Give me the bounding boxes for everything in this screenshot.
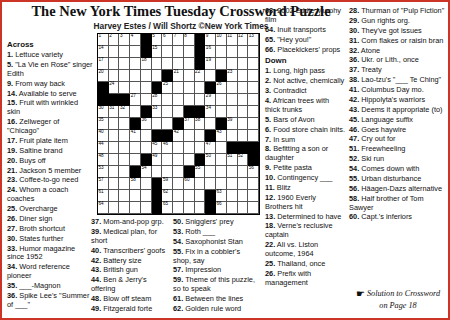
cell-number-52: 52: [238, 154, 243, 159]
cell-r12c12[interactable]: [216, 166, 227, 178]
cell-r15c9[interactable]: [184, 202, 195, 214]
clue-column-4: 63. 2002 Eddie Murphy film64. Inuit tran…: [265, 7, 345, 289]
cell-r7c2[interactable]: 31: [109, 106, 120, 118]
cell-r10c8[interactable]: [173, 142, 184, 154]
cell-r11c3[interactable]: [119, 154, 130, 166]
clue-down-30: 30. They've got issues: [349, 27, 449, 36]
clue-down-6: 6. Food store chain inits.: [265, 126, 345, 135]
cell-r11c9[interactable]: [184, 154, 195, 166]
cell-number-2: 2: [109, 34, 112, 39]
clue-across-57: 57. Impression: [173, 266, 259, 275]
solution-note-line2: on Page 18: [379, 301, 416, 310]
cell-r5c10[interactable]: [195, 82, 206, 94]
clue-across-64: 64. Inuit transports: [265, 26, 345, 35]
clue-across-37: 37. Mom-and-pop grp.: [91, 218, 170, 227]
cell-r4c4[interactable]: [130, 70, 141, 82]
cell-number-45: 45: [152, 142, 157, 147]
cell-r1c3[interactable]: 3: [119, 34, 130, 46]
clue-down-10: 10. Contingency ___: [265, 174, 345, 183]
cell-r8c15[interactable]: [248, 118, 259, 130]
cell-r11c11[interactable]: 50: [205, 154, 216, 166]
cell-r13c15[interactable]: [248, 178, 259, 190]
cell-number-38: 38: [195, 118, 200, 123]
clue-down-18: 18. Verne's reclusive captain: [265, 222, 345, 240]
clue-down-9: 9. Petite pasta: [265, 164, 345, 173]
clue-down-26: 26. Prefix with management: [265, 270, 345, 288]
cell-number-65: 65: [163, 202, 168, 207]
cell-r8c5[interactable]: 36: [141, 118, 152, 130]
cell-r13c9[interactable]: 60: [184, 178, 195, 190]
clue-across-43: 43. British gun: [91, 266, 170, 275]
cell-r7c6[interactable]: 33: [152, 106, 163, 118]
cell-r12c5[interactable]: 54: [141, 166, 152, 178]
clue-across-15: 15. Fruit with wrinkled skin: [7, 99, 93, 117]
cell-r10c4[interactable]: [130, 142, 141, 154]
cell-r3c7[interactable]: [162, 58, 173, 70]
cell-r12c13[interactable]: [227, 166, 238, 178]
clue-down-2: 2. Not active, chemically: [265, 77, 345, 86]
cell-number-35: 35: [99, 118, 104, 123]
cell-r9c5[interactable]: [141, 130, 152, 142]
cell-number-49: 49: [152, 154, 157, 159]
cell-number-22: 22: [195, 70, 200, 75]
clue-down-25: 25. Thailand, once: [265, 260, 345, 269]
cell-r2c6[interactable]: 15: [152, 46, 163, 58]
cell-r7c7[interactable]: [162, 106, 173, 118]
cell-number-25: 25: [163, 82, 168, 87]
cell-r8c7[interactable]: [162, 118, 173, 130]
cell-r4c1[interactable]: 20: [98, 70, 109, 82]
cell-number-9: 9: [206, 34, 209, 39]
cell-number-30: 30: [99, 106, 104, 111]
cell-number-12: 12: [238, 34, 243, 39]
solution-note: ☛ Solution to Crossword on Page 18: [347, 288, 449, 311]
clue-down-12: 12. 1960 Everly Brothers hit: [265, 194, 345, 212]
cell-r13c13[interactable]: [227, 178, 238, 190]
cell-number-31: 31: [109, 106, 114, 111]
cell-r13c8[interactable]: [173, 178, 184, 190]
cell-r15c5[interactable]: [141, 202, 152, 214]
cell-r7c4[interactable]: [130, 106, 141, 118]
cell-r6c13[interactable]: [227, 94, 238, 106]
cell-r5c14[interactable]: [238, 82, 249, 94]
clue-across-21: 21. Jackson 5 member: [7, 167, 93, 176]
black-cell-r5c1: [98, 82, 109, 94]
cell-r5c7[interactable]: 25: [162, 82, 173, 94]
black-cell-r13c6: [152, 178, 163, 190]
clue-down-60: 60. Capt.'s inferiors: [349, 213, 449, 222]
cell-r5c2[interactable]: 24: [109, 82, 120, 94]
clue-across-62: 62. Golden rule word: [173, 305, 259, 314]
cell-r9c3[interactable]: [119, 130, 130, 142]
clue-across-48: 48. Blow off steam: [91, 295, 170, 304]
clue-across-25: 25. Overcharge: [7, 205, 93, 214]
cell-r14c3[interactable]: [119, 190, 130, 202]
cell-r5c12[interactable]: 26: [216, 82, 227, 94]
cell-number-56: 56: [249, 166, 254, 171]
cell-r12c2[interactable]: [109, 166, 120, 178]
puzzle-page: The New York Times Tuesday Crossword Puz…: [0, 0, 450, 320]
cell-number-55: 55: [195, 166, 200, 171]
cell-number-47: 47: [206, 142, 211, 147]
cell-r13c4[interactable]: 58: [130, 178, 141, 190]
cell-r9c15[interactable]: [248, 130, 259, 142]
cell-r7c14[interactable]: [238, 106, 249, 118]
cell-r15c12[interactable]: 66: [216, 202, 227, 214]
cell-r1c9[interactable]: 8: [184, 34, 195, 46]
cell-r7c8[interactable]: [173, 106, 184, 118]
cell-r6c10[interactable]: [195, 94, 206, 106]
clue-down-31: 31. Corn flakes or raisin bran: [349, 37, 449, 46]
clue-across-49: 49. Fitzgerald forte: [91, 305, 170, 314]
cell-r4c6[interactable]: [152, 70, 163, 82]
cell-r4c14[interactable]: [238, 70, 249, 82]
cell-number-16: 16: [206, 46, 211, 51]
cell-r15c14[interactable]: [238, 202, 249, 214]
cell-r8c2[interactable]: [109, 118, 120, 130]
cell-number-42: 42: [174, 130, 179, 135]
cell-r4c8[interactable]: 21: [173, 70, 184, 82]
black-cell-r14c11: [205, 190, 216, 202]
clue-column-5: 28. Thurman of "Pulp Fiction"29. Gun rig…: [349, 7, 449, 223]
cell-number-23: 23: [227, 70, 232, 75]
clue-across-39: 39. Medical plan, for short: [91, 228, 170, 246]
cell-number-58: 58: [131, 178, 136, 183]
black-cell-r2c10: [195, 46, 206, 58]
cell-r9c14[interactable]: [238, 130, 249, 142]
clue-down-56: 56. Häagen-Dazs alternative: [349, 185, 449, 194]
cell-r1c15[interactable]: 13: [248, 34, 259, 46]
clue-across-23: 23. Coffee-to-go need: [7, 176, 93, 185]
cell-r10c9[interactable]: [184, 142, 195, 154]
cell-r4c9[interactable]: [184, 70, 195, 82]
clue-down-58: 58. Half brother of Tom Sawyer: [349, 195, 449, 213]
cell-number-37: 37: [184, 118, 189, 123]
cell-r14c5[interactable]: [141, 190, 152, 202]
cell-r14c9[interactable]: [184, 190, 195, 202]
cell-number-20: 20: [99, 70, 104, 75]
cell-number-32: 32: [120, 106, 125, 111]
cell-r5c3[interactable]: [119, 82, 130, 94]
clue-down-7: 7. In sum: [265, 136, 345, 145]
clue-down-37: 37. Treaty: [349, 66, 449, 75]
cell-r14c2[interactable]: [109, 190, 120, 202]
cell-number-46: 46: [163, 142, 168, 147]
cell-r2c13[interactable]: [227, 46, 238, 58]
cell-r3c11[interactable]: 19: [205, 58, 216, 70]
cell-r1c14[interactable]: 12: [238, 34, 249, 46]
clue-across-54: 54. Saxophonist Stan: [173, 238, 259, 247]
crossword-grid: 1234567891011121314151617181920212223242…: [97, 33, 260, 215]
cell-r2c2[interactable]: [109, 46, 120, 58]
cell-r13c14[interactable]: [238, 178, 249, 190]
cell-r1c12[interactable]: 10: [216, 34, 227, 46]
clue-across-40: 40. Transcribers' goofs: [91, 247, 170, 256]
cell-r6c8[interactable]: [173, 94, 184, 106]
cell-r3c14[interactable]: [238, 58, 249, 70]
cell-r3c2[interactable]: [109, 58, 120, 70]
cell-r6c7[interactable]: [162, 94, 173, 106]
cell-r12c3[interactable]: [119, 166, 130, 178]
clue-across-9: 9. From way back: [7, 80, 93, 89]
cell-r7c12[interactable]: [216, 106, 227, 118]
cell-r5c15[interactable]: [248, 82, 259, 94]
cell-r12c6[interactable]: [152, 166, 163, 178]
cell-number-29: 29: [206, 94, 211, 99]
cell-r10c12[interactable]: [216, 142, 227, 154]
cell-r7c15[interactable]: [248, 106, 259, 118]
clue-across-42: 42. Battery size: [91, 257, 170, 266]
clue-across-19: 19. Saltine brand: [7, 147, 93, 156]
cell-number-40: 40: [99, 130, 104, 135]
clue-across-50: 50. Snigglers' prey: [173, 218, 259, 227]
cell-r7c3[interactable]: 32: [119, 106, 130, 118]
cell-r3c3[interactable]: [119, 58, 130, 70]
cell-r14c13[interactable]: [227, 190, 238, 202]
cell-r3c6[interactable]: [152, 58, 163, 70]
cell-r4c3[interactable]: [119, 70, 130, 82]
cell-r14c15[interactable]: [248, 190, 259, 202]
clue-down-28: 28. Thurman of "Pulp Fiction": [349, 7, 449, 16]
cell-r9c2[interactable]: [109, 130, 120, 142]
cell-r11c14[interactable]: 52: [238, 154, 249, 166]
cell-r15c10[interactable]: [195, 202, 206, 214]
cell-number-6: 6: [163, 34, 166, 39]
cell-r6c9[interactable]: [184, 94, 195, 106]
cell-number-57: 57: [99, 178, 104, 183]
cell-r12c14[interactable]: [238, 166, 249, 178]
clue-across-14: 14. Available to serve: [7, 90, 93, 99]
cell-r2c15[interactable]: [248, 46, 259, 58]
clue-down-41: 41. Columbus Day mo.: [349, 86, 449, 95]
clue-down-8: 8. Befitting a son or daughter: [265, 145, 345, 163]
clue-across-59: 59. Theme of this puzzle, so to speak: [173, 276, 259, 294]
cell-r15c4[interactable]: [130, 202, 141, 214]
clue-across-24: 24. Whom a coach coaches: [7, 186, 93, 204]
cell-number-19: 19: [206, 58, 211, 63]
clue-down-22: 22. Ali vs. Liston outcome, 1964: [265, 241, 345, 259]
cell-r3c5[interactable]: 18: [141, 58, 152, 70]
cell-r8c6[interactable]: [152, 118, 163, 130]
cell-r9c4[interactable]: 41: [130, 130, 141, 142]
cell-r12c8[interactable]: [173, 166, 184, 178]
cell-r11c8[interactable]: [173, 154, 184, 166]
cell-r6c12[interactable]: [216, 94, 227, 106]
cell-r8c14[interactable]: [238, 118, 249, 130]
cell-r15c15[interactable]: [248, 202, 259, 214]
cell-r1c8[interactable]: 7: [173, 34, 184, 46]
cell-r13c11[interactable]: [205, 178, 216, 190]
cell-r9c12[interactable]: 43: [216, 130, 227, 142]
cell-r8c9[interactable]: 37: [184, 118, 195, 130]
clue-across-30: 30. States further: [7, 235, 93, 244]
clue-across-5: 5. "La Vie en Rose" singer Edith: [7, 61, 93, 79]
cell-r3c4[interactable]: [130, 58, 141, 70]
cell-number-3: 3: [120, 34, 123, 39]
cell-r3c9[interactable]: [184, 58, 195, 70]
cell-r12c10[interactable]: 55: [195, 166, 206, 178]
cell-number-28: 28: [152, 94, 157, 99]
cell-number-44: 44: [99, 142, 104, 147]
cell-number-33: 33: [152, 106, 157, 111]
cell-number-26: 26: [217, 82, 222, 87]
cell-r5c5[interactable]: [141, 82, 152, 94]
cell-r15c3[interactable]: [119, 202, 130, 214]
cell-r6c4[interactable]: 27: [130, 94, 141, 106]
cell-r5c8[interactable]: [173, 82, 184, 94]
cell-r6c5[interactable]: [141, 94, 152, 106]
cell-r9c8[interactable]: 42: [173, 130, 184, 142]
cell-r15c2[interactable]: [109, 202, 120, 214]
clue-down-46: 46. Goes haywire: [349, 126, 449, 135]
clue-column-2: 37. Mom-and-pop grp.39. Medical plan, fo…: [91, 218, 170, 315]
cell-r1c13[interactable]: 11: [227, 34, 238, 46]
cell-r11c4[interactable]: [130, 154, 141, 166]
clue-across-27: 27. Broth shortcut: [7, 225, 93, 234]
cell-r5c9[interactable]: [184, 82, 195, 94]
cell-r2c12[interactable]: [216, 46, 227, 58]
cell-r10c7[interactable]: 46: [162, 142, 173, 154]
cell-r13c2[interactable]: [109, 178, 120, 190]
clue-down-4: 4. African trees with thick trunks: [265, 97, 345, 115]
cell-number-7: 7: [174, 34, 177, 39]
cell-r11c7[interactable]: [162, 154, 173, 166]
cell-r2c9[interactable]: [184, 46, 195, 58]
clue-column-3: 50. Snigglers' prey53. Roth ___54. Saxop…: [173, 218, 259, 315]
cell-number-10: 10: [217, 34, 222, 39]
cell-r7c11[interactable]: 34: [205, 106, 216, 118]
cell-r2c14[interactable]: [238, 46, 249, 58]
cell-number-54: 54: [141, 166, 146, 171]
cell-number-13: 13: [249, 34, 254, 39]
cell-r4c13[interactable]: 23: [227, 70, 238, 82]
cell-r8c13[interactable]: 39: [227, 118, 238, 130]
clue-across-66: 66. Placekickers' props: [265, 46, 345, 55]
cell-r1c4[interactable]: 4: [130, 34, 141, 46]
black-cell-r1c5: [141, 34, 152, 46]
clue-across-16: 16. Zellweger of "Chicago": [7, 118, 93, 136]
cell-r14c8[interactable]: [173, 190, 184, 202]
cell-number-27: 27: [131, 94, 136, 99]
cell-number-24: 24: [109, 82, 114, 87]
cell-r2c3[interactable]: [119, 46, 130, 58]
clue-down-11: 11. Blitz: [265, 184, 345, 193]
clue-down-1: 1. Long, high pass: [265, 67, 345, 76]
cell-number-59: 59: [163, 178, 168, 183]
cell-r8c3[interactable]: [119, 118, 130, 130]
cell-r9c9[interactable]: [184, 130, 195, 142]
clue-down-29: 29. Gun rights org.: [349, 17, 449, 26]
cell-r14c4[interactable]: [130, 190, 141, 202]
cell-number-39: 39: [227, 118, 232, 123]
cell-r14c10[interactable]: [195, 190, 206, 202]
cell-r4c11[interactable]: [205, 70, 216, 82]
cell-r1c7[interactable]: 6: [162, 34, 173, 46]
cell-r2c7[interactable]: [162, 46, 173, 58]
pointing-hand-icon: ☛: [356, 288, 365, 299]
cell-r15c1[interactable]: 64: [98, 202, 109, 214]
clue-across-63: 63. 2002 Eddie Murphy film: [265, 7, 345, 25]
black-cell-r15c6: [152, 202, 163, 214]
cell-r15c13[interactable]: [227, 202, 238, 214]
clue-across-17: 17. Fruit plate item: [7, 137, 93, 146]
cell-r12c11[interactable]: [205, 166, 216, 178]
cell-r8c10[interactable]: 38: [195, 118, 206, 130]
clue-down-45: 45. Language suffix: [349, 116, 449, 125]
clue-across-34: 34. Word reference pioneer: [7, 263, 93, 281]
cell-r3c15[interactable]: [248, 58, 259, 70]
cell-r10c3[interactable]: [119, 142, 130, 154]
cell-number-15: 15: [152, 46, 157, 51]
cell-r6c14[interactable]: [238, 94, 249, 106]
clue-down-5: 5. Bars of Avon: [265, 116, 345, 125]
cell-number-1: 1: [99, 34, 102, 39]
black-cell-r14c6: [152, 190, 163, 202]
clue-across-36: 36. Spike Lee's "Summer of ___": [7, 292, 93, 310]
cell-number-64: 64: [99, 202, 104, 207]
cell-r2c8[interactable]: [173, 46, 184, 58]
cell-r10c5[interactable]: [141, 142, 152, 154]
clue-across-53: 53. Roth ___: [173, 228, 259, 237]
cell-r6c15[interactable]: [248, 94, 259, 106]
clue-down-43: 43. Deems it appropriate (to): [349, 106, 449, 115]
cell-r10c2[interactable]: [109, 142, 120, 154]
cell-r15c7[interactable]: 65: [162, 202, 173, 214]
cell-r4c15[interactable]: [248, 70, 259, 82]
clue-down-13: 13. Determined to have: [265, 213, 345, 222]
cell-number-63: 63: [217, 190, 222, 195]
clue-across-35: 35. ___-Magnon: [7, 282, 93, 291]
cell-number-18: 18: [141, 58, 146, 63]
clue-down-47: 47. Cry out for: [349, 135, 449, 144]
cell-r14c14[interactable]: [238, 190, 249, 202]
cell-r13c10[interactable]: [195, 178, 206, 190]
cell-r13c5[interactable]: [141, 178, 152, 190]
cell-r11c6[interactable]: 49: [152, 154, 163, 166]
cell-r13c3[interactable]: [119, 178, 130, 190]
cell-number-43: 43: [217, 130, 222, 135]
cell-r11c12[interactable]: [216, 154, 227, 166]
clue-across-61: 61. Between the lines: [173, 295, 259, 304]
cell-number-14: 14: [99, 46, 104, 51]
cell-number-8: 8: [184, 34, 187, 39]
cell-r3c12[interactable]: [216, 58, 227, 70]
cell-r1c2[interactable]: 2: [109, 34, 120, 46]
cell-r15c8[interactable]: [173, 202, 184, 214]
clue-column-1: Across1. Lettuce variety5. "La Vie en Ro…: [7, 38, 93, 311]
cell-number-61: 61: [99, 190, 104, 195]
cell-r11c2[interactable]: [109, 154, 120, 166]
cell-r10c10[interactable]: [195, 142, 206, 154]
cell-r5c13[interactable]: [227, 82, 238, 94]
clue-down-36: 36. Ukr. or Lith., once: [349, 56, 449, 65]
cell-number-60: 60: [184, 178, 189, 183]
cell-r2c4[interactable]: [130, 46, 141, 58]
clue-down-38: 38. Lao-tzu's "___ Te Ching": [349, 76, 449, 85]
cell-r4c10[interactable]: 22: [195, 70, 206, 82]
cell-r8c11[interactable]: [205, 118, 216, 130]
clue-down-51: 51. Freewheeling: [349, 145, 449, 154]
clue-across-26: 26. Diner sign: [7, 215, 93, 224]
cell-number-53: 53: [99, 166, 104, 171]
cell-number-48: 48: [99, 154, 104, 159]
cell-r9c10[interactable]: [195, 130, 206, 142]
cell-r9c13[interactable]: [227, 130, 238, 142]
cell-r11c13[interactable]: 51: [227, 154, 238, 166]
cell-r4c5[interactable]: [141, 70, 152, 82]
cell-r12c15[interactable]: 56: [248, 166, 259, 178]
cell-number-50: 50: [206, 154, 211, 159]
